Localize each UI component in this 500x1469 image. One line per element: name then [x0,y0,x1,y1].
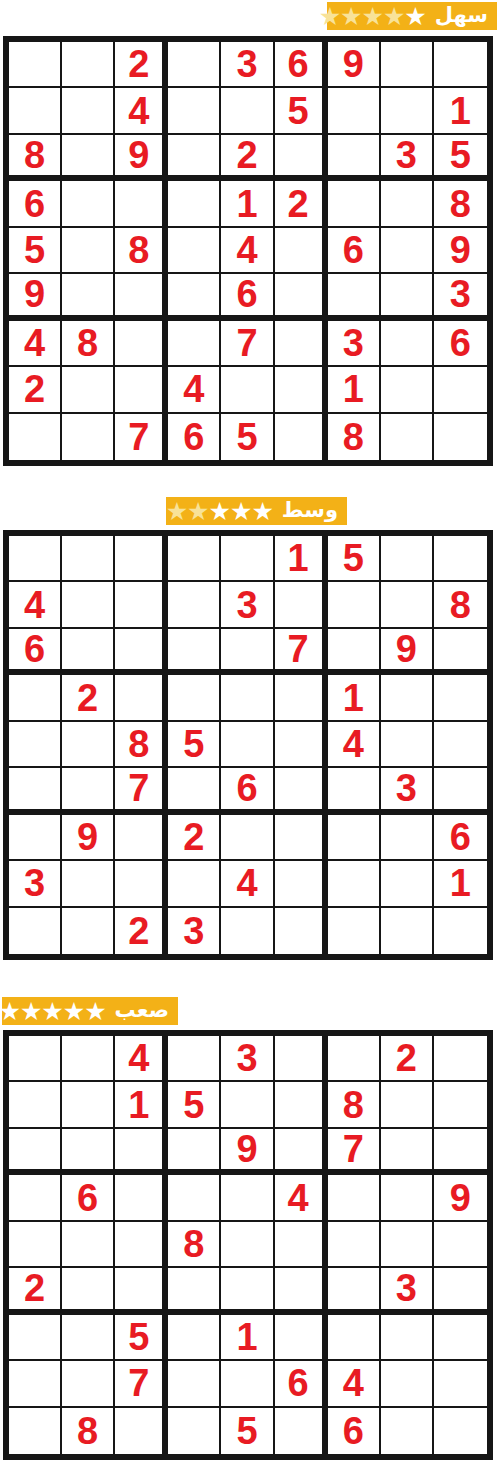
cell-r6c1: 9 [9,274,62,320]
cell-r9c2[interactable] [62,414,115,460]
cell-r4c6: 2 [275,181,328,227]
given-digit: 3 [450,275,471,313]
cell-r8c8[interactable] [381,1361,434,1407]
cell-r6c9: 3 [434,274,487,320]
cell-r2c5[interactable] [221,1082,274,1128]
given-digit: 5 [450,136,471,174]
cell-r3c9[interactable] [434,629,487,675]
sudoku-grid-hard: 4321589764982351764856 [3,1030,493,1460]
given-digit: 1 [128,1086,149,1124]
cell-r7c2: 9 [62,815,115,861]
cell-r4c7: 1 [328,675,381,721]
difficulty-banner-medium: ★★★★★ وسط [166,497,347,525]
given-digit: 2 [128,912,149,950]
cell-r8c6[interactable] [275,367,328,413]
cell-r6c8: 3 [381,1268,434,1314]
cell-r1c3: 4 [115,1036,168,1082]
cell-r8c1[interactable] [9,1361,62,1407]
cell-r8c7[interactable] [328,861,381,907]
cell-r6c7[interactable] [328,1268,381,1314]
cell-r7c5[interactable] [221,815,274,861]
given-digit: 4 [24,324,45,362]
cell-r1c2[interactable] [62,536,115,582]
cell-r1c5[interactable] [221,536,274,582]
given-digit: 1 [343,370,364,408]
cell-r1c7: 9 [328,42,381,88]
cell-r9c8[interactable] [381,908,434,954]
cell-r6c2[interactable] [62,768,115,814]
given-digit: 8 [450,586,471,624]
given-digit: 9 [77,818,98,856]
cell-r9c3[interactable] [115,1408,168,1454]
cell-r7c6[interactable] [275,1315,328,1361]
given-digit: 2 [236,136,257,174]
cell-r1c7: 5 [328,536,381,582]
cell-r5c6[interactable] [275,228,328,274]
cell-r7c4[interactable] [168,1315,221,1361]
given-digit: 6 [343,231,364,269]
given-digit: 7 [128,769,149,807]
cell-r5c4: 8 [168,1222,221,1268]
cell-r3c1[interactable] [9,1129,62,1175]
star-icon-bright: ★ [84,999,105,1024]
star-icon-bright: ★ [0,999,20,1024]
cell-r1c5: 3 [221,1036,274,1082]
cell-r4c8[interactable] [381,675,434,721]
given-digit: 6 [288,45,309,83]
cell-r8c3: 7 [115,1361,168,1407]
cell-r8c2[interactable] [62,367,115,413]
cell-r1c4[interactable] [168,1036,221,1082]
cell-r6c7[interactable] [328,768,381,814]
cell-r7c3[interactable] [115,815,168,861]
cell-r7c2[interactable] [62,1315,115,1361]
cell-r9c3: 7 [115,414,168,460]
given-digit: 3 [236,586,257,624]
cell-r4c3[interactable] [115,181,168,227]
cell-r2c7[interactable] [328,582,381,628]
cell-r6c4[interactable] [168,274,221,320]
cell-r7c7: 3 [328,321,381,367]
cell-r2c4[interactable] [168,88,221,134]
cell-r8c9: 1 [434,861,487,907]
cell-r3c8: 9 [381,629,434,675]
cell-r5c3: 8 [115,722,168,768]
cell-r2c7[interactable] [328,88,381,134]
cell-r8c4[interactable] [168,861,221,907]
cell-r5c8[interactable] [381,722,434,768]
cell-r4c5[interactable] [221,675,274,721]
given-digit: 6 [24,630,45,668]
cell-r4c4[interactable] [168,675,221,721]
star-icon-dim: ★ [319,4,340,29]
cell-r6c2[interactable] [62,274,115,320]
cell-r6c7[interactable] [328,274,381,320]
cell-r2c9: 8 [434,582,487,628]
cell-r2c1[interactable] [9,1082,62,1128]
given-digit: 2 [128,45,149,83]
cell-r5c7[interactable] [328,1222,381,1268]
difficulty-label-hard: صعب [115,1000,169,1023]
cell-r1c1[interactable] [9,1036,62,1082]
cell-r1c1[interactable] [9,536,62,582]
given-digit: 7 [288,630,309,668]
cell-r2c2[interactable] [62,582,115,628]
cell-r6c2[interactable] [62,1268,115,1314]
cell-r6c8: 3 [381,768,434,814]
given-digit: 9 [396,630,417,668]
cell-r6c3[interactable] [115,274,168,320]
cell-r8c5: 4 [221,861,274,907]
given-digit: 2 [77,679,98,717]
given-digit: 2 [24,1269,45,1307]
given-digit: 2 [396,1039,417,1077]
cell-r8c4[interactable] [168,1361,221,1407]
cell-r5c7: 6 [328,228,381,274]
given-digit: 6 [77,1179,98,1217]
given-digit: 1 [236,1318,257,1356]
cell-r9c4[interactable] [168,1408,221,1454]
given-digit: 8 [24,136,45,174]
cell-r7c3[interactable] [115,321,168,367]
given-digit: 4 [343,725,364,763]
cell-r9c9[interactable] [434,414,487,460]
cell-r4c8[interactable] [381,1175,434,1221]
cell-r6c1[interactable] [9,768,62,814]
cell-r4c9: 8 [434,181,487,227]
given-digit: 5 [343,539,364,577]
cell-r1c6: 1 [275,536,328,582]
cell-r1c8: 2 [381,1036,434,1082]
cell-r9c1[interactable] [9,908,62,954]
cell-r6c6[interactable] [275,274,328,320]
cell-r9c9[interactable] [434,908,487,954]
cell-r1c5: 3 [221,42,274,88]
cell-r8c9[interactable] [434,367,487,413]
given-digit: 4 [128,92,149,130]
cell-r3c5[interactable] [221,629,274,675]
given-digit: 9 [128,136,149,174]
cell-r5c1: 5 [9,228,62,274]
cell-r9c9[interactable] [434,1408,487,1454]
given-digit: 3 [183,912,204,950]
cell-r6c9[interactable] [434,1268,487,1314]
cell-r3c6[interactable] [275,135,328,181]
cell-r9c1[interactable] [9,1408,62,1454]
cell-r5c8[interactable] [381,228,434,274]
cell-r3c6[interactable] [275,1129,328,1175]
cell-r1c9[interactable] [434,536,487,582]
cell-r3c4[interactable] [168,629,221,675]
given-digit: 1 [343,679,364,717]
cell-r8c8[interactable] [381,861,434,907]
given-digit: 4 [236,864,257,902]
given-digit: 6 [236,769,257,807]
cell-r2c6: 5 [275,88,328,134]
cell-r5c8[interactable] [381,1222,434,1268]
given-digit: 5 [236,1412,257,1450]
cell-r6c5: 6 [221,274,274,320]
cell-r5c5[interactable] [221,722,274,768]
cell-r6c3[interactable] [115,1268,168,1314]
cell-r6c4[interactable] [168,768,221,814]
cell-r3c6: 7 [275,629,328,675]
given-digit: 8 [343,1086,364,1124]
cell-r5c7: 4 [328,722,381,768]
given-digit: 3 [236,1039,257,1077]
cell-r4c9[interactable] [434,675,487,721]
given-digit: 4 [24,586,45,624]
cell-r9c2[interactable] [62,908,115,954]
cell-r2c9[interactable] [434,1082,487,1128]
cell-r9c8[interactable] [381,414,434,460]
cell-r6c5[interactable] [221,1268,274,1314]
given-digit: 5 [183,1086,204,1124]
cell-r2c8[interactable] [381,582,434,628]
cell-r1c9[interactable] [434,42,487,88]
given-digit: 3 [24,864,45,902]
cell-r7c5: 1 [221,1315,274,1361]
cell-r9c5[interactable] [221,908,274,954]
cell-r9c3: 2 [115,908,168,954]
given-digit: 8 [450,185,471,223]
cell-r7c6[interactable] [275,815,328,861]
cell-r2c4[interactable] [168,582,221,628]
given-digit: 9 [343,45,364,83]
cell-r1c7[interactable] [328,1036,381,1082]
cell-r1c4[interactable] [168,42,221,88]
cell-r5c4[interactable] [168,228,221,274]
difficulty-banner-easy: ★★★★★ سهل [327,2,497,30]
cell-r3c8[interactable] [381,1129,434,1175]
cell-r7c3: 5 [115,1315,168,1361]
cell-r1c2[interactable] [62,1036,115,1082]
cell-r7c9[interactable] [434,1315,487,1361]
cell-r5c3: 8 [115,228,168,274]
cell-r8c7: 1 [328,367,381,413]
sudoku-page: ★★★★★ سهل 236945189235612858469963487362… [0,0,500,1469]
given-digit: 5 [24,231,45,269]
cell-r3c9: 5 [434,135,487,181]
cell-r8c6: 6 [275,1361,328,1407]
star-rating-easy: ★★★★★ [319,4,426,29]
cell-r5c2[interactable] [62,228,115,274]
cell-r3c3[interactable] [115,629,168,675]
cell-r9c8[interactable] [381,1408,434,1454]
cell-r5c4: 5 [168,722,221,768]
cell-r9c5: 5 [221,414,274,460]
given-digit: 7 [128,418,149,456]
cell-r3c2[interactable] [62,135,115,181]
cell-r3c1: 6 [9,629,62,675]
cell-r2c8[interactable] [381,1082,434,1128]
cell-r2c2[interactable] [62,1082,115,1128]
star-rating-medium: ★★★★★ [166,499,273,524]
given-digit: 4 [183,370,204,408]
star-icon-dim: ★ [166,499,187,524]
given-digit: 6 [450,324,471,362]
given-digit: 1 [288,539,309,577]
cell-r4c3[interactable] [115,675,168,721]
cell-r1c9[interactable] [434,1036,487,1082]
cell-r5c5[interactable] [221,1222,274,1268]
cell-r2c5[interactable] [221,88,274,134]
cell-r7c1[interactable] [9,1315,62,1361]
cell-r1c8[interactable] [381,536,434,582]
cell-r7c7[interactable] [328,1315,381,1361]
cell-r4c1[interactable] [9,1175,62,1221]
cell-r5c6[interactable] [275,722,328,768]
cell-r3c7[interactable] [328,629,381,675]
cell-r2c6[interactable] [275,582,328,628]
cell-r1c1[interactable] [9,42,62,88]
given-digit: 1 [450,864,471,902]
cell-r6c4[interactable] [168,1268,221,1314]
cell-r6c6[interactable] [275,1268,328,1314]
cell-r8c2[interactable] [62,861,115,907]
cell-r9c2: 8 [62,1408,115,1454]
cell-r4c6[interactable] [275,675,328,721]
cell-r5c6[interactable] [275,1222,328,1268]
star-icon-bright: ★ [251,499,272,524]
cell-r8c1: 3 [9,861,62,907]
cell-r3c7: 7 [328,1129,381,1175]
cell-r6c3: 7 [115,768,168,814]
cell-r3c4[interactable] [168,135,221,181]
cell-r8c3[interactable] [115,367,168,413]
cell-r9c7[interactable] [328,908,381,954]
star-icon-dim: ★ [187,499,208,524]
given-digit: 3 [396,136,417,174]
given-digit: 6 [183,418,204,456]
cell-r4c2[interactable] [62,181,115,227]
cell-r6c5: 6 [221,768,274,814]
cell-r7c2: 8 [62,321,115,367]
cell-r4c3[interactable] [115,1175,168,1221]
cell-r9c7: 6 [328,1408,381,1454]
cell-r6c8[interactable] [381,274,434,320]
cell-r7c1[interactable] [9,815,62,861]
cell-r3c3[interactable] [115,1129,168,1175]
given-digit: 8 [183,1225,204,1263]
cell-r7c8[interactable] [381,815,434,861]
cell-r9c6[interactable] [275,908,328,954]
cell-r2c5: 3 [221,582,274,628]
cell-r2c1[interactable] [9,88,62,134]
cell-r7c8[interactable] [381,1315,434,1361]
cell-r1c3[interactable] [115,536,168,582]
cell-r8c7: 4 [328,1361,381,1407]
cell-r9c1[interactable] [9,414,62,460]
cell-r4c7[interactable] [328,1175,381,1221]
cell-r1c4[interactable] [168,536,221,582]
star-icon-bright: ★ [209,499,230,524]
cell-r6c6[interactable] [275,768,328,814]
cell-r7c4[interactable] [168,321,221,367]
cell-r8c6[interactable] [275,861,328,907]
cell-r7c9: 6 [434,815,487,861]
cell-r2c2[interactable] [62,88,115,134]
given-digit: 5 [236,418,257,456]
cell-r3c2[interactable] [62,629,115,675]
cell-r3c9[interactable] [434,1129,487,1175]
cell-r1c6: 6 [275,42,328,88]
given-digit: 3 [396,1269,417,1307]
cell-r3c5: 2 [221,135,274,181]
cell-r4c4[interactable] [168,1175,221,1221]
cell-r1c2[interactable] [62,42,115,88]
given-digit: 8 [343,418,364,456]
cell-r1c6[interactable] [275,1036,328,1082]
cell-r9c6[interactable] [275,414,328,460]
cell-r4c4[interactable] [168,181,221,227]
cell-r2c6[interactable] [275,1082,328,1128]
given-digit: 6 [236,275,257,313]
given-digit: 2 [288,185,309,223]
cell-r8c8[interactable] [381,367,434,413]
given-digit: 3 [396,769,417,807]
cell-r8c5[interactable] [221,1361,274,1407]
cell-r2c4: 5 [168,1082,221,1128]
given-digit: 8 [77,1412,98,1450]
given-digit: 2 [183,818,204,856]
given-digit: 9 [236,1130,257,1168]
cell-r9c6[interactable] [275,1408,328,1454]
cell-r4c5[interactable] [221,1175,274,1221]
cell-r7c7[interactable] [328,815,381,861]
cell-r1c8[interactable] [381,42,434,88]
cell-r9c5: 5 [221,1408,274,1454]
cell-r7c8[interactable] [381,321,434,367]
cell-r5c1[interactable] [9,722,62,768]
cell-r8c5[interactable] [221,367,274,413]
star-icon-dim: ★ [361,4,382,29]
cell-r5c2[interactable] [62,1222,115,1268]
cell-r4c6: 4 [275,1175,328,1221]
given-digit: 6 [288,1364,309,1402]
cell-r8c2[interactable] [62,1361,115,1407]
cell-r5c2[interactable] [62,722,115,768]
cell-r5c9: 9 [434,228,487,274]
cell-r4c7[interactable] [328,181,381,227]
cell-r3c7[interactable] [328,135,381,181]
given-digit: 9 [24,275,45,313]
cell-r3c3: 9 [115,135,168,181]
cell-r6c1: 2 [9,1268,62,1314]
cell-r4c1: 6 [9,181,62,227]
cell-r4c1[interactable] [9,675,62,721]
cell-r8c3[interactable] [115,861,168,907]
given-digit: 9 [450,231,471,269]
cell-r8c9[interactable] [434,1361,487,1407]
cell-r5c9[interactable] [434,1222,487,1268]
cell-r9c7: 8 [328,414,381,460]
cell-r5c3[interactable] [115,1222,168,1268]
cell-r2c3[interactable] [115,582,168,628]
cell-r5c9[interactable] [434,722,487,768]
cell-r4c8[interactable] [381,181,434,227]
cell-r6c9[interactable] [434,768,487,814]
cell-r4c2: 6 [62,1175,115,1221]
cell-r7c6[interactable] [275,321,328,367]
given-digit: 6 [24,185,45,223]
cell-r4c9: 9 [434,1175,487,1221]
cell-r3c4[interactable] [168,1129,221,1175]
cell-r2c8[interactable] [381,88,434,134]
cell-r5c1[interactable] [9,1222,62,1268]
given-digit: 1 [450,92,471,130]
cell-r3c2[interactable] [62,1129,115,1175]
